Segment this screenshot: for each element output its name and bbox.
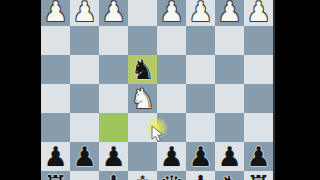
piece-black-rook[interactable]: ♜ bbox=[246, 172, 270, 180]
square-f5[interactable] bbox=[99, 84, 128, 113]
square-c8[interactable]: ♝ bbox=[186, 171, 215, 180]
square-d5[interactable] bbox=[157, 84, 186, 113]
square-g5[interactable] bbox=[70, 84, 99, 113]
piece-black-pawn[interactable]: ♟ bbox=[246, 143, 270, 170]
square-g6[interactable] bbox=[70, 113, 99, 142]
piece-black-pawn[interactable]: ♟ bbox=[159, 143, 183, 170]
square-h2[interactable]: ♟ bbox=[41, 0, 70, 26]
square-g3[interactable] bbox=[70, 26, 99, 55]
piece-black-pawn[interactable]: ♟ bbox=[217, 143, 241, 170]
square-h4[interactable] bbox=[41, 55, 70, 84]
piece-black-pawn[interactable]: ♟ bbox=[101, 143, 125, 170]
left-letterbox-bar bbox=[0, 0, 41, 180]
square-g4[interactable] bbox=[70, 55, 99, 84]
square-g8[interactable] bbox=[70, 171, 99, 180]
piece-white-pawn[interactable]: ♟ bbox=[43, 0, 67, 25]
piece-black-queen[interactable]: ♛ bbox=[159, 172, 183, 180]
square-e8[interactable]: ♚ bbox=[128, 171, 157, 180]
square-d4[interactable] bbox=[157, 55, 186, 84]
square-c6[interactable] bbox=[186, 113, 215, 142]
right-letterbox-bar bbox=[273, 0, 320, 180]
square-f7[interactable]: ♟ bbox=[99, 142, 128, 171]
square-e5[interactable]: ♞ bbox=[128, 84, 157, 113]
square-a5[interactable] bbox=[244, 84, 273, 113]
square-f3[interactable] bbox=[99, 26, 128, 55]
piece-white-pawn[interactable]: ♟ bbox=[246, 0, 270, 25]
square-d2[interactable]: ♟ bbox=[157, 0, 186, 26]
piece-black-king[interactable]: ♚ bbox=[130, 172, 154, 180]
chess-board: ♜♝♚♛♝♞♜♟♟♟♟♟♟♟♞♞♟♟♟♟♟♟♟♜♝♚♛♝♞♜ bbox=[41, 0, 273, 180]
piece-white-knight[interactable]: ♞ bbox=[130, 85, 154, 112]
piece-white-pawn[interactable]: ♟ bbox=[159, 0, 183, 25]
square-f6[interactable] bbox=[99, 113, 128, 142]
square-b3[interactable] bbox=[215, 26, 244, 55]
chess-app-viewport: ♜♝♚♛♝♞♜♟♟♟♟♟♟♟♞♞♟♟♟♟♟♟♟♜♝♚♛♝♞♜ bbox=[0, 0, 320, 180]
square-d3[interactable] bbox=[157, 26, 186, 55]
piece-white-pawn[interactable]: ♟ bbox=[188, 0, 212, 25]
square-b7[interactable]: ♟ bbox=[215, 142, 244, 171]
square-b5[interactable] bbox=[215, 84, 244, 113]
square-b6[interactable] bbox=[215, 113, 244, 142]
square-d6[interactable] bbox=[157, 113, 186, 142]
square-d7[interactable]: ♟ bbox=[157, 142, 186, 171]
piece-black-knight[interactable]: ♞ bbox=[130, 56, 154, 83]
square-a4[interactable] bbox=[244, 55, 273, 84]
piece-black-bishop[interactable]: ♝ bbox=[188, 172, 212, 180]
square-c3[interactable] bbox=[186, 26, 215, 55]
square-e2[interactable] bbox=[128, 0, 157, 26]
square-e3[interactable] bbox=[128, 26, 157, 55]
square-a8[interactable]: ♜ bbox=[244, 171, 273, 180]
piece-white-pawn[interactable]: ♟ bbox=[217, 0, 241, 25]
piece-black-bishop[interactable]: ♝ bbox=[101, 172, 125, 180]
square-e7[interactable] bbox=[128, 142, 157, 171]
square-a3[interactable] bbox=[244, 26, 273, 55]
square-c4[interactable] bbox=[186, 55, 215, 84]
square-b4[interactable] bbox=[215, 55, 244, 84]
square-b8[interactable]: ♞ bbox=[215, 171, 244, 180]
square-f8[interactable]: ♝ bbox=[99, 171, 128, 180]
square-c7[interactable]: ♟ bbox=[186, 142, 215, 171]
square-a2[interactable]: ♟ bbox=[244, 0, 273, 26]
square-a7[interactable]: ♟ bbox=[244, 142, 273, 171]
square-e6[interactable] bbox=[128, 113, 157, 142]
piece-black-pawn[interactable]: ♟ bbox=[43, 143, 67, 170]
square-f2[interactable]: ♟ bbox=[99, 0, 128, 26]
square-g2[interactable]: ♟ bbox=[70, 0, 99, 26]
square-e4[interactable]: ♞ bbox=[128, 55, 157, 84]
square-h6[interactable] bbox=[41, 113, 70, 142]
square-d8[interactable]: ♛ bbox=[157, 171, 186, 180]
piece-black-knight[interactable]: ♞ bbox=[217, 172, 241, 180]
square-a6[interactable] bbox=[244, 113, 273, 142]
piece-white-pawn[interactable]: ♟ bbox=[72, 0, 96, 25]
square-h3[interactable] bbox=[41, 26, 70, 55]
square-c5[interactable] bbox=[186, 84, 215, 113]
piece-black-pawn[interactable]: ♟ bbox=[72, 143, 96, 170]
piece-black-rook[interactable]: ♜ bbox=[43, 172, 67, 180]
square-c2[interactable]: ♟ bbox=[186, 0, 215, 26]
square-f4[interactable] bbox=[99, 55, 128, 84]
square-h5[interactable] bbox=[41, 84, 70, 113]
square-h8[interactable]: ♜ bbox=[41, 171, 70, 180]
square-h7[interactable]: ♟ bbox=[41, 142, 70, 171]
piece-black-pawn[interactable]: ♟ bbox=[188, 143, 212, 170]
square-b2[interactable]: ♟ bbox=[215, 0, 244, 26]
piece-white-pawn[interactable]: ♟ bbox=[101, 0, 125, 25]
square-g7[interactable]: ♟ bbox=[70, 142, 99, 171]
